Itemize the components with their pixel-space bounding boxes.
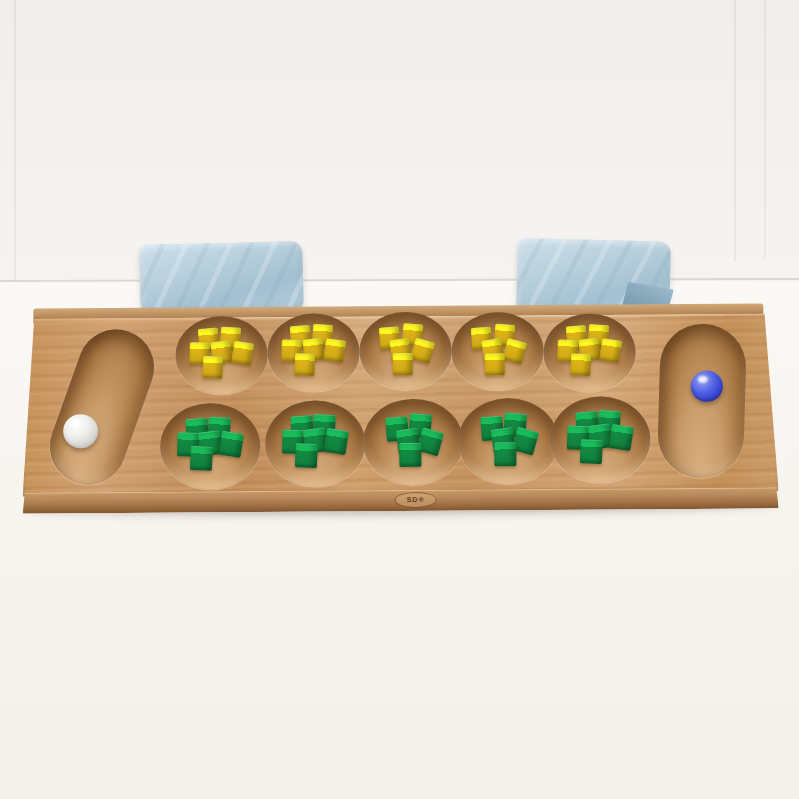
yellow-cube-piece — [393, 353, 413, 375]
pit-top-5[interactable] — [543, 313, 636, 392]
yellow-cube-piece — [599, 338, 622, 363]
pit-top-4[interactable] — [451, 312, 544, 391]
yellow-cube-piece — [410, 338, 435, 365]
pit-bottom-1[interactable] — [160, 403, 261, 490]
green-cube-piece — [219, 431, 244, 458]
pit-bottom-2[interactable] — [265, 400, 366, 487]
yellow-cube-piece — [485, 353, 505, 375]
pit-bottom-4[interactable] — [458, 398, 559, 485]
pit-top-3[interactable] — [359, 312, 452, 391]
green-cube-piece — [399, 443, 421, 467]
green-cube-piece — [494, 442, 516, 466]
board: SD® — [21, 303, 778, 514]
yellow-cube-piece — [231, 341, 254, 366]
cloth-crease — [14, 0, 16, 281]
blue-marble-piece — [691, 371, 723, 402]
background-wall — [0, 0, 799, 281]
pit-bottom-3[interactable] — [363, 399, 464, 486]
yellow-cube-piece — [502, 338, 527, 365]
green-cube-piece — [609, 424, 634, 451]
yellow-cube-piece — [294, 353, 315, 376]
yellow-cube-piece — [323, 338, 346, 363]
white-marble-piece — [63, 414, 98, 448]
cloth-bag-left — [139, 241, 304, 315]
yellow-cube-piece — [570, 353, 591, 376]
green-cube-piece — [580, 439, 603, 464]
green-cube-piece — [190, 446, 213, 471]
cloth-crease — [734, 0, 736, 262]
cloth-crease — [764, 0, 766, 258]
pit-bottom-5[interactable] — [550, 396, 651, 483]
pit-top-1[interactable] — [175, 316, 268, 395]
green-cube-piece — [324, 428, 349, 455]
scene: SD® — [0, 0, 799, 799]
yellow-cube-piece — [202, 356, 223, 379]
green-cube-piece — [295, 443, 318, 468]
pit-top-2[interactable] — [267, 313, 360, 392]
